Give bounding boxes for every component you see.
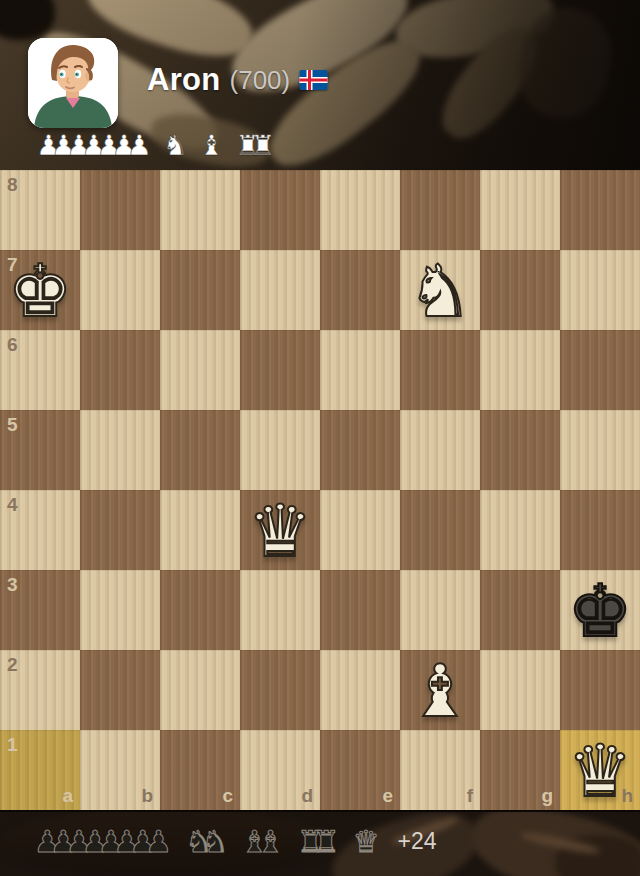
file-label-f: f <box>467 785 473 807</box>
wood-pieces-photo <box>391 0 559 67</box>
square-d5[interactable] <box>240 410 320 490</box>
captured-bishop-icon: ♝ <box>257 820 284 864</box>
square-h3[interactable]: ♚ <box>560 570 640 650</box>
square-b1[interactable]: b <box>80 730 160 810</box>
square-a2[interactable]: 2 <box>0 650 80 730</box>
captured-knight-icon: ♞ <box>201 820 228 864</box>
square-b6[interactable] <box>80 330 160 410</box>
file-label-e: e <box>382 785 393 807</box>
square-h1[interactable]: h♛ <box>560 730 640 810</box>
rank-label-3: 3 <box>7 574 18 596</box>
white-queen-d4[interactable]: ♛ <box>240 490 320 570</box>
avatar-illustration <box>28 38 118 128</box>
square-f2[interactable]: ♝ <box>400 650 480 730</box>
square-e6[interactable] <box>320 330 400 410</box>
square-c8[interactable] <box>160 170 240 250</box>
rank-label-4: 4 <box>7 494 18 516</box>
square-c4[interactable] <box>160 490 240 570</box>
wood-pieces-photo <box>0 0 55 40</box>
opponent-captured-tray: ♟♟♟♟♟♟♟♞♝♜♜ <box>36 130 275 162</box>
opponent-name: Aron <box>147 62 221 98</box>
square-c5[interactable] <box>160 410 240 490</box>
square-b7[interactable] <box>80 250 160 330</box>
square-h6[interactable] <box>560 330 640 410</box>
square-f5[interactable] <box>400 410 480 490</box>
square-c2[interactable] <box>160 650 240 730</box>
square-a3[interactable]: 3 <box>0 570 80 650</box>
rank-label-8: 8 <box>7 174 18 196</box>
iceland-flag-icon <box>299 70 328 90</box>
square-g6[interactable] <box>480 330 560 410</box>
square-a7[interactable]: 7♚ <box>0 250 80 330</box>
file-label-c: c <box>222 785 233 807</box>
square-a6[interactable]: 6 <box>0 330 80 410</box>
square-b3[interactable] <box>80 570 160 650</box>
captured-pawn-group: ♟♟♟♟♟♟♟♟ <box>34 820 172 864</box>
file-label-d: d <box>301 785 313 807</box>
captured-queen-group: ♛ <box>353 820 380 864</box>
square-g4[interactable] <box>480 490 560 570</box>
captured-knight-group: ♞♞ <box>185 820 228 864</box>
white-knight-f7[interactable]: ♞ <box>400 250 480 330</box>
white-bishop-f2[interactable]: ♝ <box>400 650 480 730</box>
file-label-a: a <box>62 785 73 807</box>
square-e1[interactable]: e <box>320 730 400 810</box>
square-f6[interactable] <box>400 330 480 410</box>
captured-rook-icon: ♜ <box>313 820 340 864</box>
square-c6[interactable] <box>160 330 240 410</box>
opponent-panel: Aron (700) ♟♟♟♟♟♟♟♞♝♜♜ <box>0 0 640 170</box>
square-e8[interactable] <box>320 170 400 250</box>
square-b4[interactable] <box>80 490 160 570</box>
square-g7[interactable] <box>480 250 560 330</box>
square-c3[interactable] <box>160 570 240 650</box>
square-h7[interactable] <box>560 250 640 330</box>
wood-pieces-photo <box>510 0 621 126</box>
file-label-h: h <box>621 785 633 807</box>
square-b2[interactable] <box>80 650 160 730</box>
square-g1[interactable]: g <box>480 730 560 810</box>
square-d4[interactable]: ♛ <box>240 490 320 570</box>
captured-knight-group: ♞ <box>163 130 188 162</box>
square-c7[interactable] <box>160 250 240 330</box>
rank-label-7: 7 <box>7 254 18 276</box>
file-label-b: b <box>141 785 153 807</box>
captured-knight-icon: ♞ <box>163 130 188 162</box>
captured-rook-group: ♜♜ <box>235 130 275 162</box>
rank-label-5: 5 <box>7 414 18 436</box>
square-a1[interactable]: 1a <box>0 730 80 810</box>
square-b8[interactable] <box>80 170 160 250</box>
player-captured-tray: ♟♟♟♟♟♟♟♟♞♞♝♝♜♜♛+24 <box>34 818 437 864</box>
rank-label-1: 1 <box>7 734 18 756</box>
square-f7[interactable]: ♞ <box>400 250 480 330</box>
rank-label-6: 6 <box>7 334 18 356</box>
square-f1[interactable]: f <box>400 730 480 810</box>
square-f3[interactable] <box>400 570 480 650</box>
square-d7[interactable] <box>240 250 320 330</box>
captured-pawn-icon: ♟ <box>145 820 172 864</box>
square-a8[interactable]: 8 <box>0 170 80 250</box>
wood-pieces-photo <box>428 15 552 152</box>
square-d8[interactable] <box>240 170 320 250</box>
square-g8[interactable] <box>480 170 560 250</box>
square-f8[interactable] <box>400 170 480 250</box>
square-b5[interactable] <box>80 410 160 490</box>
square-f4[interactable] <box>400 490 480 570</box>
captured-pawn-group: ♟♟♟♟♟♟♟ <box>36 130 152 162</box>
square-e5[interactable] <box>320 410 400 490</box>
square-h5[interactable] <box>560 410 640 490</box>
captured-queen-icon: ♛ <box>353 820 380 864</box>
file-label-g: g <box>541 785 553 807</box>
square-h2[interactable] <box>560 650 640 730</box>
game-screen: Aron (700) ♟♟♟♟♟♟♟♞♝♜♜ 87♚♞654♛3♚2♝1abcd… <box>0 0 640 876</box>
rank-label-2: 2 <box>7 654 18 676</box>
square-a4[interactable]: 4 <box>0 490 80 570</box>
square-d3[interactable] <box>240 570 320 650</box>
opponent-rating: (700) <box>230 65 291 96</box>
square-e3[interactable] <box>320 570 400 650</box>
square-d1[interactable]: d <box>240 730 320 810</box>
square-e2[interactable] <box>320 650 400 730</box>
captured-bishop-group: ♝♝ <box>241 820 284 864</box>
captured-rook-group: ♜♜ <box>297 820 340 864</box>
square-h8[interactable] <box>560 170 640 250</box>
square-a5[interactable]: 5 <box>0 410 80 490</box>
captured-bishop-group: ♝ <box>199 130 224 162</box>
square-d6[interactable] <box>240 330 320 410</box>
square-e7[interactable] <box>320 250 400 330</box>
square-g3[interactable] <box>480 570 560 650</box>
captured-rook-icon: ♜ <box>250 130 275 162</box>
material-advantage: +24 <box>398 819 437 863</box>
square-h4[interactable] <box>560 490 640 570</box>
opponent-info-row: Aron (700) <box>147 62 328 98</box>
square-g5[interactable] <box>480 410 560 490</box>
black-king-h3[interactable]: ♚ <box>560 570 640 650</box>
bottom-capture-bar: ♟♟♟♟♟♟♟♟♞♞♝♝♜♜♛+24 <box>0 810 640 876</box>
square-c1[interactable]: c <box>160 730 240 810</box>
square-g2[interactable] <box>480 650 560 730</box>
square-e4[interactable] <box>320 490 400 570</box>
square-d2[interactable] <box>240 650 320 730</box>
captured-bishop-icon: ♝ <box>199 130 224 162</box>
chess-board[interactable]: 87♚♞654♛3♚2♝1abcdefgh♛ <box>0 170 640 810</box>
captured-pawn-icon: ♟ <box>127 130 152 162</box>
opponent-avatar[interactable] <box>28 38 118 128</box>
